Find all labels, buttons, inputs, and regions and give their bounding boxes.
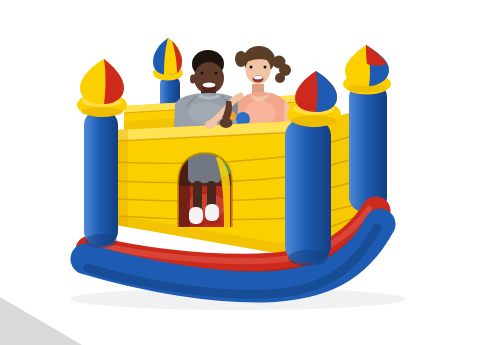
boy-sock-left	[189, 207, 203, 224]
door-arch-opening	[176, 151, 234, 229]
bounce-castle-scene	[0, 0, 500, 345]
girl-teeth	[254, 76, 263, 80]
front-corner-collar-shade	[291, 116, 337, 127]
girl-pigtail-3	[275, 73, 285, 83]
boy-leg-right	[207, 181, 216, 208]
girl-eye-right	[264, 66, 267, 69]
boy-ear	[190, 75, 196, 84]
boy-hand	[220, 118, 233, 128]
front-left-pillar-foot-shade	[85, 234, 117, 248]
rear-right-turret	[343, 45, 391, 212]
front-left-turret-pillar	[84, 110, 118, 246]
boy-leg-left	[193, 181, 202, 210]
boy-sock-right	[205, 204, 219, 221]
boy-eye-left	[200, 71, 203, 74]
boy-eye-right	[214, 71, 217, 74]
front-left-collar-shade	[81, 107, 123, 117]
rear-right-turret-pillar	[349, 82, 387, 212]
front-corner-turret-pillar	[285, 119, 331, 263]
product-photo	[0, 0, 500, 345]
boy-teeth	[203, 82, 216, 87]
girl-eye-left	[250, 66, 253, 69]
front-corner-pillar-foot-shade	[288, 250, 328, 266]
